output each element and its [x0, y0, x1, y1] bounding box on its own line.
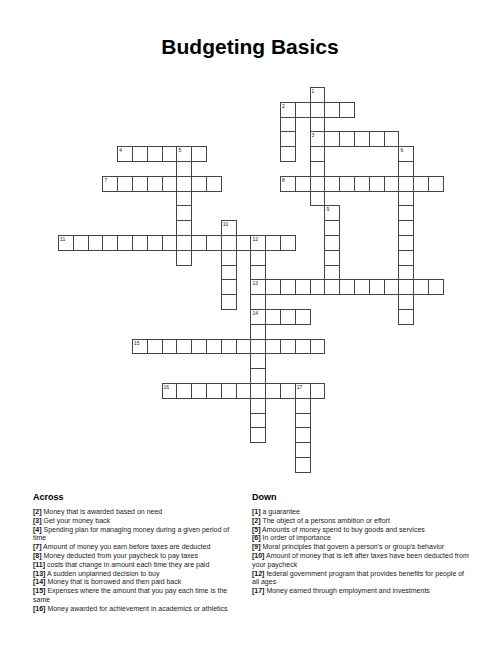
clue-number-label: [12]: [252, 570, 264, 577]
grid-cell-r7c17[interactable]: [310, 191, 326, 207]
grid-cell-r15c16[interactable]: [295, 309, 311, 325]
grid-cell-r12c23[interactable]: [398, 265, 414, 281]
grid-cell-r6c23[interactable]: [398, 176, 414, 192]
grid-cell-r20c12[interactable]: [236, 383, 252, 399]
grid-cell-r17c5[interactable]: 15: [132, 339, 148, 355]
grid-cell-r9c23[interactable]: [398, 220, 414, 236]
grid-cell-r6c25[interactable]: [428, 176, 444, 192]
grid-cell-r13c11[interactable]: [221, 279, 237, 295]
grid-cell-r12c13[interactable]: [250, 265, 266, 281]
cell-number: 13: [251, 280, 265, 286]
grid-cell-r10c10[interactable]: [206, 235, 222, 251]
grid-cell-r3c20[interactable]: [354, 131, 370, 147]
grid-cell-r2c17[interactable]: [310, 117, 326, 133]
grid-cell-r23c13[interactable]: [250, 427, 266, 443]
clue-number-label: [15]: [33, 587, 45, 594]
grid-cell-r8c23[interactable]: [398, 205, 414, 221]
grid-cell-r6c5[interactable]: [132, 176, 148, 192]
cell-number: 14: [251, 310, 265, 316]
clue-number-label: [4]: [33, 526, 42, 533]
grid-cell-r23c16[interactable]: [295, 427, 311, 443]
grid-cell-r12c18[interactable]: [324, 265, 340, 281]
grid-cell-r6c15[interactable]: 8: [280, 176, 296, 192]
grid-cell-r3c17[interactable]: 3: [310, 131, 326, 147]
grid-cell-r4c9[interactable]: [191, 146, 207, 162]
clue-text: federal government program that provides…: [252, 570, 464, 586]
grid-cell-r20c10[interactable]: [206, 383, 222, 399]
clue-number-label: [11]: [33, 561, 45, 568]
grid-cell-r25c16[interactable]: [295, 457, 311, 473]
grid-cell-r22c16[interactable]: [295, 413, 311, 429]
grid-cell-r11c13[interactable]: [250, 250, 266, 266]
down-clue-17: [17] Money earned through employment and…: [252, 587, 470, 596]
grid-cell-r1c19[interactable]: [339, 102, 355, 118]
grid-cell-r8c8[interactable]: [176, 205, 192, 221]
cell-number: 4: [118, 147, 132, 153]
grid-cell-r6c17[interactable]: [310, 176, 326, 192]
grid-cell-r15c13[interactable]: 14: [250, 309, 266, 325]
grid-cell-r17c16[interactable]: [295, 339, 311, 355]
grid-cell-r1c17[interactable]: [310, 102, 326, 118]
grid-cell-r22c13[interactable]: [250, 413, 266, 429]
grid-cell-r17c13[interactable]: [250, 339, 266, 355]
clue-number-label: [2]: [252, 517, 261, 524]
clue-text: Spending plan for managing money during …: [33, 526, 229, 542]
grid-cell-r13c25[interactable]: [428, 279, 444, 295]
grid-cell-r4c15[interactable]: [280, 146, 296, 162]
grid-cell-r4c7[interactable]: [162, 146, 178, 162]
clue-text: Money deducted from your paycheck to pay…: [42, 552, 198, 559]
clue-text: Money awarded for achievement in academi…: [45, 605, 227, 612]
grid-cell-r20c14[interactable]: [265, 383, 281, 399]
clue-text: Money earned through employment and inve…: [264, 587, 429, 594]
grid-cell-r10c1[interactable]: [73, 235, 89, 251]
grid-cell-r13c19[interactable]: [339, 279, 355, 295]
grid-cell-r20c13[interactable]: [250, 383, 266, 399]
grid-cell-r10c11[interactable]: [221, 235, 237, 251]
grid-cell-r4c5[interactable]: [132, 146, 148, 162]
grid-cell-r16c13[interactable]: [250, 324, 266, 340]
grid-cell-r4c8[interactable]: 5: [176, 146, 192, 162]
grid-cell-r20c16[interactable]: 17: [295, 383, 311, 399]
grid-cell-r14c11[interactable]: [221, 294, 237, 310]
grid-cell-r4c17[interactable]: [310, 146, 326, 162]
across-clue-4: [4] Spending plan for managing money dur…: [33, 526, 237, 544]
clue-number-label: [13]: [33, 570, 45, 577]
grid-cell-r14c13[interactable]: [250, 294, 266, 310]
across-heading: Across: [33, 492, 237, 502]
grid-cell-r2c15[interactable]: [280, 117, 296, 133]
grid-cell-r1c16[interactable]: [295, 102, 311, 118]
grid-cell-r5c17[interactable]: [310, 161, 326, 177]
grid-cell-r6c19[interactable]: [339, 176, 355, 192]
grid-cell-r21c13[interactable]: [250, 398, 266, 414]
grid-cell-r10c6[interactable]: [147, 235, 163, 251]
grid-cell-r10c13[interactable]: 12: [250, 235, 266, 251]
grid-cell-r10c7[interactable]: [162, 235, 178, 251]
grid-cell-r10c8[interactable]: [176, 235, 192, 251]
grid-cell-r20c7[interactable]: 16: [162, 383, 178, 399]
grid-cell-r11c18[interactable]: [324, 250, 340, 266]
grid-cell-r7c8[interactable]: [176, 191, 192, 207]
grid-cell-r1c18[interactable]: [324, 102, 340, 118]
grid-cell-r4c6[interactable]: [147, 146, 163, 162]
grid-cell-r10c14[interactable]: [265, 235, 281, 251]
across-clue-3: [3] Get your money back: [33, 517, 237, 526]
across-clue-16: [16] Money awarded for achievement in ac…: [33, 605, 237, 614]
grid-cell-r0c17[interactable]: 1: [310, 87, 326, 103]
grid-cell-r15c15[interactable]: [280, 309, 296, 325]
across-clue-15: [15] Expenses where the amount that you …: [33, 587, 237, 605]
grid-cell-r17c8[interactable]: [176, 339, 192, 355]
grid-cell-r3c19[interactable]: [339, 131, 355, 147]
grid-cell-r10c12[interactable]: [236, 235, 252, 251]
grid-cell-r3c15[interactable]: [280, 131, 296, 147]
grid-cell-r12c11[interactable]: [221, 265, 237, 281]
clue-text: Amounts of money spend to buy goods and …: [261, 526, 425, 533]
grid-cell-r20c8[interactable]: [176, 383, 192, 399]
cell-number: 11: [59, 236, 73, 242]
grid-cell-r9c11[interactable]: 10: [221, 220, 237, 236]
grid-cell-r6c20[interactable]: [354, 176, 370, 192]
clue-number-label: [6]: [252, 534, 261, 541]
grid-cell-r5c23[interactable]: [398, 161, 414, 177]
grid-cell-r6c8[interactable]: [176, 176, 192, 192]
grid-cell-r17c10[interactable]: [206, 339, 222, 355]
grid-cell-r13c13[interactable]: 13: [250, 279, 266, 295]
grid-cell-r9c8[interactable]: [176, 220, 192, 236]
grid-cell-r17c11[interactable]: [221, 339, 237, 355]
grid-cell-r10c23[interactable]: [398, 235, 414, 251]
cell-number: 16: [163, 384, 177, 390]
down-clue-10: [10] Amount of money that is left after …: [252, 552, 470, 570]
grid-cell-r17c6[interactable]: [147, 339, 163, 355]
grid-cell-r10c18[interactable]: [324, 235, 340, 251]
clue-number-label: [14]: [33, 578, 45, 585]
clue-text: Moral principles that govern a person's …: [261, 543, 445, 550]
cell-number: 2: [281, 103, 295, 109]
grid-cell-r13c22[interactable]: [384, 279, 400, 295]
puzzle-title: Budgeting Basics: [0, 35, 500, 59]
grid-cell-r11c23[interactable]: [398, 250, 414, 266]
clue-number-label: [7]: [33, 543, 42, 550]
clue-number-label: [8]: [33, 552, 42, 559]
down-clue-12: [12] federal government program that pro…: [252, 570, 470, 588]
clue-text: Amount of money you earn before taxes ar…: [42, 543, 211, 550]
grid-cell-r11c8[interactable]: [176, 250, 192, 266]
grid-cell-r20c17[interactable]: [310, 383, 326, 399]
grid-cell-r6c3[interactable]: 7: [102, 176, 118, 192]
grid-cell-r13c24[interactable]: [413, 279, 429, 295]
cell-number: 7: [103, 177, 117, 183]
clue-text: Money that is awarded based on need: [42, 508, 163, 515]
cell-number: 17: [296, 384, 310, 390]
grid-cell-r6c9[interactable]: [191, 176, 207, 192]
cell-number: 10: [222, 221, 236, 227]
across-clues-section: Across [2] Money that is awarded based o…: [33, 492, 237, 614]
down-clue-list: [1] a guarantee[2] The object of a perso…: [252, 508, 470, 596]
clue-number-label: [16]: [33, 605, 45, 612]
grid-cell-r10c0[interactable]: 11: [58, 235, 74, 251]
clue-text: A sudden unplanned decision to buy: [45, 570, 159, 577]
grid-cell-r6c10[interactable]: [206, 176, 222, 192]
grid-cell-r18c13[interactable]: [250, 353, 266, 369]
grid-cell-r10c4[interactable]: [117, 235, 133, 251]
grid-cell-r21c16[interactable]: [295, 398, 311, 414]
grid-cell-r17c7[interactable]: [162, 339, 178, 355]
clue-number-label: [2]: [33, 508, 42, 515]
grid-cell-r3c18[interactable]: [324, 131, 340, 147]
down-clue-1: [1] a guarantee: [252, 508, 470, 517]
clue-number-label: [3]: [33, 517, 42, 524]
across-clue-14: [14] Money that is borrowed and then pai…: [33, 578, 237, 587]
clue-number-label: [1]: [252, 508, 261, 515]
clue-text: The object of a persons ambition or effo…: [261, 517, 390, 524]
grid-cell-r13c20[interactable]: [354, 279, 370, 295]
down-clues-section: Down [1] a guarantee[2] The object of a …: [252, 492, 470, 596]
grid-cell-r6c4[interactable]: [117, 176, 133, 192]
grid-cell-r17c17[interactable]: [310, 339, 326, 355]
down-heading: Down: [252, 492, 470, 502]
grid-cell-r6c21[interactable]: [369, 176, 385, 192]
grid-cell-r20c11[interactable]: [221, 383, 237, 399]
across-clue-7: [7] Amount of money you earn before taxe…: [33, 543, 237, 552]
cell-number: 6: [399, 147, 413, 153]
grid-cell-r17c15[interactable]: [280, 339, 296, 355]
grid-cell-r6c22[interactable]: [384, 176, 400, 192]
grid-cell-r13c23[interactable]: [398, 279, 414, 295]
grid-cell-r17c9[interactable]: [191, 339, 207, 355]
grid-cell-r4c4[interactable]: 4: [117, 146, 133, 162]
across-clue-13: [13] A sudden unplanned decision to buy: [33, 570, 237, 579]
grid-cell-r13c14[interactable]: [265, 279, 281, 295]
clue-text: In order of importance: [261, 534, 331, 541]
grid-cell-r13c21[interactable]: [369, 279, 385, 295]
clue-number-label: [9]: [252, 543, 261, 550]
grid-cell-r1c15[interactable]: 2: [280, 102, 296, 118]
grid-cell-r9c18[interactable]: [324, 220, 340, 236]
cell-number: 8: [281, 177, 295, 183]
grid-cell-r20c9[interactable]: [191, 383, 207, 399]
across-clue-11: [11] costs that change in amount each ti…: [33, 561, 237, 570]
down-clue-6: [6] In order of importance: [252, 534, 470, 543]
grid-cell-r10c15[interactable]: [280, 235, 296, 251]
grid-cell-r10c3[interactable]: [102, 235, 118, 251]
clue-number-label: [5]: [252, 526, 261, 533]
grid-cell-r6c18[interactable]: [324, 176, 340, 192]
grid-cell-r3c22[interactable]: [384, 131, 400, 147]
clue-number-label: [10]: [252, 552, 264, 559]
grid-cell-r10c5[interactable]: [132, 235, 148, 251]
clue-text: Amount of money that is left after taxes…: [252, 552, 469, 568]
clue-text: costs that change in amount each time th…: [45, 561, 209, 568]
grid-cell-r6c16[interactable]: [295, 176, 311, 192]
grid-cell-r10c2[interactable]: [88, 235, 104, 251]
clue-number-label: [17]: [252, 587, 264, 594]
grid-cell-r3c21[interactable]: [369, 131, 385, 147]
across-clue-2: [2] Money that is awarded based on need: [33, 508, 237, 517]
across-clue-list: [2] Money that is awarded based on need[…: [33, 508, 237, 614]
grid-cell-r8c18[interactable]: 9: [324, 205, 340, 221]
across-clue-8: [8] Money deducted from your paycheck to…: [33, 552, 237, 561]
clue-text: Expenses where the amount that you pay e…: [33, 587, 227, 603]
grid-cell-r13c15[interactable]: [280, 279, 296, 295]
grid-cell-r11c11[interactable]: [221, 250, 237, 266]
grid-cell-r6c6[interactable]: [147, 176, 163, 192]
cell-number: 1: [311, 88, 325, 94]
grid-cell-r6c7[interactable]: [162, 176, 178, 192]
grid-cell-r17c12[interactable]: [236, 339, 252, 355]
clue-text: Get your money back: [42, 517, 110, 524]
cell-number: 5: [177, 147, 191, 153]
grid-cell-r24c16[interactable]: [295, 442, 311, 458]
cell-number: 9: [325, 206, 339, 212]
grid-cell-r13c17[interactable]: [310, 279, 326, 295]
down-clue-9: [9] Moral principles that govern a perso…: [252, 543, 470, 552]
cell-number: 15: [133, 340, 147, 346]
clue-text: a guarantee: [261, 508, 300, 515]
grid-cell-r20c15[interactable]: [280, 383, 296, 399]
grid-cell-r19c13[interactable]: [250, 368, 266, 384]
down-clue-5: [5] Amounts of money spend to buy goods …: [252, 526, 470, 535]
grid-cell-r10c9[interactable]: [191, 235, 207, 251]
grid-cell-r5c8[interactable]: [176, 161, 192, 177]
grid-cell-r4c23[interactable]: 6: [398, 146, 414, 162]
crossword-board: 1234567891011121314151617: [58, 87, 445, 474]
grid-cell-r15c14[interactable]: [265, 309, 281, 325]
cell-number: 12: [251, 236, 265, 242]
grid-cell-r17c14[interactable]: [265, 339, 281, 355]
down-clue-2: [2] The object of a persons ambition or …: [252, 517, 470, 526]
clue-text: Money that is borrowed and then paid bac…: [45, 578, 181, 585]
crossword-page: Budgeting Basics 12345678910111213141516…: [0, 0, 500, 647]
grid-cell-r6c24[interactable]: [413, 176, 429, 192]
grid-cell-r13c18[interactable]: [324, 279, 340, 295]
cell-number: 3: [311, 132, 325, 138]
grid-cell-r15c23[interactable]: [398, 309, 414, 325]
grid-cell-r14c23[interactable]: [398, 294, 414, 310]
grid-cell-r7c23[interactable]: [398, 191, 414, 207]
grid-cell-r13c16[interactable]: [295, 279, 311, 295]
